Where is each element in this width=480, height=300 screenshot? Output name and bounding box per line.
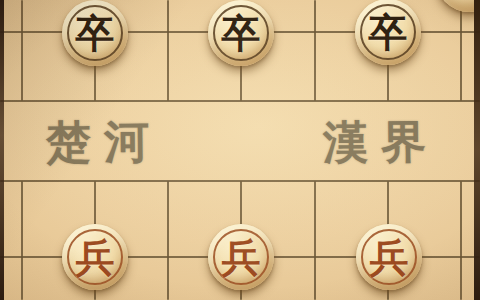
piece-black-soldier[interactable]: 卒 xyxy=(208,0,274,66)
grid-line-vertical xyxy=(167,0,169,101)
video-edge-bar-right xyxy=(474,0,480,300)
piece-character: 兵 xyxy=(62,224,128,290)
piece-red-soldier[interactable]: 兵 xyxy=(356,224,422,290)
xiangqi-board[interactable]: 楚河 漢界 卒卒卒兵兵兵 xyxy=(0,0,480,300)
grid-line-vertical xyxy=(21,181,23,300)
piece-character: 兵 xyxy=(356,224,422,290)
grid-line-vertical xyxy=(460,181,462,300)
piece-red-soldier[interactable]: 兵 xyxy=(62,224,128,290)
piece-character: 兵 xyxy=(208,224,274,290)
river-text-left: 楚河 xyxy=(46,119,162,165)
piece-red-soldier[interactable]: 兵 xyxy=(208,224,274,290)
video-edge-bar-left xyxy=(0,0,4,300)
grid-line-vertical xyxy=(460,0,462,101)
grid-line-vertical xyxy=(314,0,316,101)
partial-piece-top-right[interactable] xyxy=(436,0,480,12)
grid-line-vertical xyxy=(167,181,169,300)
piece-black-soldier[interactable]: 卒 xyxy=(355,0,421,65)
grid-line-horizontal xyxy=(0,100,480,102)
piece-character: 卒 xyxy=(208,0,274,66)
river-text-right: 漢界 xyxy=(323,119,439,165)
grid-line-horizontal xyxy=(0,180,480,182)
grid-line-vertical xyxy=(21,0,23,101)
grid-line-vertical xyxy=(314,181,316,300)
piece-character: 卒 xyxy=(62,0,128,66)
piece-black-soldier[interactable]: 卒 xyxy=(62,0,128,66)
piece-character: 卒 xyxy=(355,0,421,65)
